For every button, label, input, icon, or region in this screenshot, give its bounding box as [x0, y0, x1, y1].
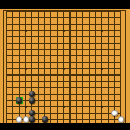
black-stone[interactable] [29, 91, 35, 97]
white-stone[interactable] [118, 116, 124, 122]
go-board[interactable] [0, 9, 130, 123]
black-stone[interactable] [42, 116, 48, 122]
black-stone[interactable] [29, 110, 35, 116]
board-intersections[interactable] [4, 9, 125, 123]
go-app-screenshot [0, 0, 130, 130]
white-stone[interactable] [111, 110, 117, 116]
white-stone[interactable] [23, 116, 29, 122]
white-stone[interactable] [16, 116, 22, 122]
black-stone[interactable] [29, 97, 35, 103]
bottom-black-bar [0, 123, 130, 130]
black-stone[interactable] [16, 97, 22, 103]
top-black-bar [0, 0, 130, 9]
black-stone[interactable] [29, 116, 35, 122]
